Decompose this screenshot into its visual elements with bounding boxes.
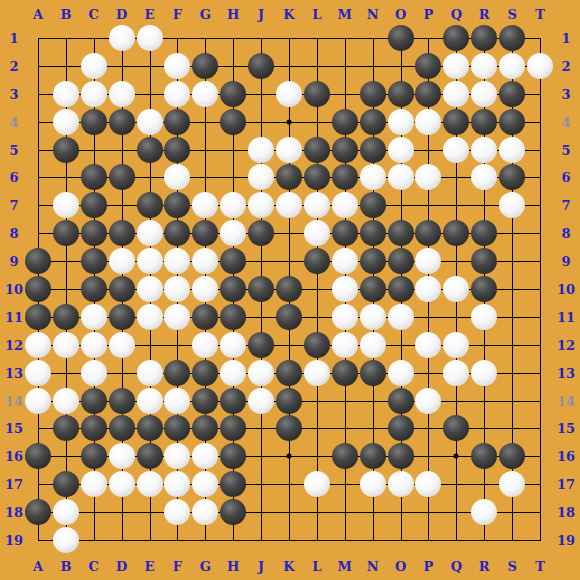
stone-black[interactable] xyxy=(53,415,79,441)
stone-white[interactable] xyxy=(360,332,386,358)
stone-white[interactable] xyxy=(53,499,79,525)
stone-white[interactable] xyxy=(164,248,190,274)
stone-black[interactable] xyxy=(81,415,107,441)
stone-black[interactable] xyxy=(360,360,386,386)
stone-black[interactable] xyxy=(360,81,386,107)
stone-white[interactable] xyxy=(109,443,135,469)
stone-black[interactable] xyxy=(164,220,190,246)
column-label-bottom: N xyxy=(367,560,379,573)
stone-black[interactable] xyxy=(220,388,246,414)
stone-black[interactable] xyxy=(388,220,414,246)
column-label-top: G xyxy=(200,8,211,21)
stone-black[interactable] xyxy=(415,53,441,79)
stone-black[interactable] xyxy=(53,304,79,330)
stone-black[interactable] xyxy=(137,415,163,441)
stone-black[interactable] xyxy=(164,109,190,135)
stone-black[interactable] xyxy=(220,304,246,330)
row-label-right: 10 xyxy=(557,283,575,296)
stone-white[interactable] xyxy=(527,53,553,79)
stone-black[interactable] xyxy=(248,332,274,358)
stone-black[interactable] xyxy=(25,304,51,330)
stone-white[interactable] xyxy=(443,276,469,302)
stone-black[interactable] xyxy=(304,81,330,107)
column-label-top: N xyxy=(367,8,379,21)
stone-white[interactable] xyxy=(109,332,135,358)
row-label-left: 17 xyxy=(5,478,23,491)
stone-white[interactable] xyxy=(415,109,441,135)
column-label-top: M xyxy=(338,8,352,21)
stone-white[interactable] xyxy=(248,164,274,190)
stone-white[interactable] xyxy=(332,304,358,330)
stone-white[interactable] xyxy=(164,499,190,525)
stone-black[interactable] xyxy=(81,388,107,414)
row-label-right: 5 xyxy=(561,143,570,156)
row-label-right: 16 xyxy=(557,450,575,463)
stone-black[interactable] xyxy=(220,109,246,135)
stone-black[interactable] xyxy=(109,304,135,330)
stone-black[interactable] xyxy=(360,248,386,274)
row-label-left: 3 xyxy=(9,87,18,100)
stone-black[interactable] xyxy=(109,220,135,246)
stone-black[interactable] xyxy=(388,388,414,414)
stone-white[interactable] xyxy=(388,137,414,163)
stone-white[interactable] xyxy=(164,471,190,497)
stone-black[interactable] xyxy=(220,443,246,469)
stone-black[interactable] xyxy=(471,276,497,302)
column-label-bottom: R xyxy=(479,560,490,573)
stone-black[interactable] xyxy=(471,443,497,469)
row-label-right: 13 xyxy=(557,366,575,379)
row-label-left: 15 xyxy=(5,422,23,435)
column-label-bottom: L xyxy=(312,560,321,573)
star-point xyxy=(287,119,292,124)
stone-black[interactable] xyxy=(109,276,135,302)
stone-white[interactable] xyxy=(471,304,497,330)
stone-white[interactable] xyxy=(164,443,190,469)
stone-white[interactable] xyxy=(304,471,330,497)
stone-white[interactable] xyxy=(471,137,497,163)
stone-black[interactable] xyxy=(53,471,79,497)
stone-black[interactable] xyxy=(471,25,497,51)
stone-white[interactable] xyxy=(109,471,135,497)
stone-white[interactable] xyxy=(137,471,163,497)
column-label-bottom: M xyxy=(338,560,352,573)
row-label-left: 16 xyxy=(5,450,23,463)
stone-white[interactable] xyxy=(25,332,51,358)
stone-white[interactable] xyxy=(471,81,497,107)
stone-black[interactable] xyxy=(360,443,386,469)
stone-white[interactable] xyxy=(137,276,163,302)
stone-white[interactable] xyxy=(471,499,497,525)
column-label-bottom: T xyxy=(535,560,545,573)
column-label-top: O xyxy=(395,8,406,21)
stone-black[interactable] xyxy=(109,415,135,441)
stone-white[interactable] xyxy=(471,53,497,79)
stone-white[interactable] xyxy=(471,360,497,386)
column-label-bottom: C xyxy=(89,560,99,573)
stone-white[interactable] xyxy=(248,360,274,386)
stone-white[interactable] xyxy=(499,137,525,163)
stone-black[interactable] xyxy=(415,81,441,107)
stone-black[interactable] xyxy=(388,25,414,51)
stone-black[interactable] xyxy=(388,81,414,107)
stone-black[interactable] xyxy=(332,164,358,190)
stone-black[interactable] xyxy=(499,109,525,135)
column-label-top: T xyxy=(535,8,545,21)
row-label-right: 3 xyxy=(561,87,570,100)
stone-white[interactable] xyxy=(53,192,79,218)
stone-white[interactable] xyxy=(415,471,441,497)
stone-black[interactable] xyxy=(443,220,469,246)
stone-white[interactable] xyxy=(415,276,441,302)
stone-black[interactable] xyxy=(137,443,163,469)
row-label-right: 4 xyxy=(561,115,570,128)
stone-white[interactable] xyxy=(248,137,274,163)
stone-white[interactable] xyxy=(443,53,469,79)
stone-black[interactable] xyxy=(220,471,246,497)
stone-black[interactable] xyxy=(276,415,302,441)
stone-black[interactable] xyxy=(304,248,330,274)
stone-black[interactable] xyxy=(25,443,51,469)
row-label-left: 14 xyxy=(5,394,23,407)
go-board-screenshot: AABBCCDDEEFFGGHHJJKKLLMMNNOOPPQQRRSSTT11… xyxy=(0,0,580,580)
stone-black[interactable] xyxy=(360,137,386,163)
stone-white[interactable] xyxy=(53,388,79,414)
stone-white[interactable] xyxy=(443,360,469,386)
row-label-right: 14 xyxy=(557,394,575,407)
stone-black[interactable] xyxy=(499,81,525,107)
stone-white[interactable] xyxy=(248,388,274,414)
column-label-top: Q xyxy=(451,8,462,21)
stone-white[interactable] xyxy=(415,248,441,274)
stone-black[interactable] xyxy=(276,304,302,330)
stone-black[interactable] xyxy=(471,109,497,135)
column-label-top: D xyxy=(116,8,127,21)
row-label-left: 8 xyxy=(9,227,18,240)
stone-white[interactable] xyxy=(192,248,218,274)
stone-white[interactable] xyxy=(164,304,190,330)
stone-black[interactable] xyxy=(471,220,497,246)
stone-white[interactable] xyxy=(137,360,163,386)
stone-white[interactable] xyxy=(137,388,163,414)
column-label-bottom: B xyxy=(60,560,71,573)
column-label-top: J xyxy=(258,8,264,21)
stone-white[interactable] xyxy=(415,388,441,414)
stone-black[interactable] xyxy=(109,109,135,135)
row-label-left: 4 xyxy=(9,115,18,128)
row-label-right: 8 xyxy=(561,227,570,240)
stone-black[interactable] xyxy=(499,164,525,190)
column-label-top: P xyxy=(424,8,434,21)
stone-white[interactable] xyxy=(443,332,469,358)
column-label-bottom: K xyxy=(283,560,294,573)
stone-black[interactable] xyxy=(220,499,246,525)
row-label-right: 1 xyxy=(561,32,570,45)
row-label-right: 11 xyxy=(557,310,575,323)
stone-white[interactable] xyxy=(81,53,107,79)
stone-white[interactable] xyxy=(304,220,330,246)
stone-white[interactable] xyxy=(388,164,414,190)
stone-black[interactable] xyxy=(192,415,218,441)
stone-white[interactable] xyxy=(220,332,246,358)
stone-white[interactable] xyxy=(53,109,79,135)
column-label-top: S xyxy=(507,8,516,21)
stone-white[interactable] xyxy=(332,192,358,218)
stone-white[interactable] xyxy=(81,332,107,358)
row-label-left: 18 xyxy=(5,506,23,519)
column-label-top: H xyxy=(227,8,239,21)
stone-white[interactable] xyxy=(109,25,135,51)
column-label-bottom: D xyxy=(116,560,127,573)
stone-black[interactable] xyxy=(164,360,190,386)
stone-white[interactable] xyxy=(499,53,525,79)
stone-black[interactable] xyxy=(248,53,274,79)
stone-black[interactable] xyxy=(499,25,525,51)
column-label-top: C xyxy=(89,8,99,21)
column-label-top: L xyxy=(312,8,321,21)
row-label-left: 19 xyxy=(5,534,23,547)
stone-black[interactable] xyxy=(332,360,358,386)
stone-black[interactable] xyxy=(25,499,51,525)
stone-black[interactable] xyxy=(360,220,386,246)
stone-white[interactable] xyxy=(360,304,386,330)
stone-black[interactable] xyxy=(304,164,330,190)
stone-black[interactable] xyxy=(192,388,218,414)
stone-white[interactable] xyxy=(304,360,330,386)
stone-black[interactable] xyxy=(81,164,107,190)
stone-black[interactable] xyxy=(192,53,218,79)
column-label-top: A xyxy=(33,8,43,21)
column-label-bottom: F xyxy=(173,560,182,573)
row-label-left: 9 xyxy=(9,255,18,268)
stone-black[interactable] xyxy=(276,360,302,386)
column-label-bottom: G xyxy=(200,560,211,573)
stone-white[interactable] xyxy=(360,471,386,497)
stone-white[interactable] xyxy=(220,192,246,218)
row-label-right: 17 xyxy=(557,478,575,491)
stone-black[interactable] xyxy=(81,443,107,469)
row-label-right: 12 xyxy=(557,338,575,351)
stone-white[interactable] xyxy=(81,304,107,330)
stone-white[interactable] xyxy=(332,276,358,302)
stone-black[interactable] xyxy=(248,276,274,302)
stone-black[interactable] xyxy=(304,137,330,163)
stone-white[interactable] xyxy=(164,53,190,79)
stone-white[interactable] xyxy=(276,137,302,163)
column-label-bottom: Q xyxy=(451,560,462,573)
row-label-right: 2 xyxy=(561,59,570,72)
row-label-right: 19 xyxy=(557,534,575,547)
stone-white[interactable] xyxy=(137,109,163,135)
row-label-left: 5 xyxy=(9,143,18,156)
stone-white[interactable] xyxy=(388,109,414,135)
stone-black[interactable] xyxy=(443,25,469,51)
stone-black[interactable] xyxy=(192,304,218,330)
stone-white[interactable] xyxy=(220,220,246,246)
stone-white[interactable] xyxy=(192,499,218,525)
stone-black[interactable] xyxy=(471,248,497,274)
stone-black[interactable] xyxy=(109,388,135,414)
column-label-bottom: P xyxy=(424,560,434,573)
star-point xyxy=(454,454,459,459)
stone-black[interactable] xyxy=(25,276,51,302)
column-label-top: E xyxy=(145,8,155,21)
stone-white[interactable] xyxy=(388,360,414,386)
stone-black[interactable] xyxy=(53,137,79,163)
stone-white[interactable] xyxy=(192,443,218,469)
stone-black[interactable] xyxy=(388,443,414,469)
stone-black[interactable] xyxy=(164,137,190,163)
row-label-left: 12 xyxy=(5,338,23,351)
row-label-left: 2 xyxy=(9,59,18,72)
grid-line-h xyxy=(38,540,541,541)
stone-black[interactable] xyxy=(276,164,302,190)
stone-white[interactable] xyxy=(109,248,135,274)
stone-black[interactable] xyxy=(388,248,414,274)
stone-white[interactable] xyxy=(360,164,386,190)
stone-white[interactable] xyxy=(415,332,441,358)
stone-white[interactable] xyxy=(137,220,163,246)
row-label-left: 6 xyxy=(9,171,18,184)
stone-white[interactable] xyxy=(137,248,163,274)
stone-white[interactable] xyxy=(25,360,51,386)
stone-white[interactable] xyxy=(81,360,107,386)
row-label-right: 7 xyxy=(561,199,570,212)
stone-black[interactable] xyxy=(388,276,414,302)
stone-black[interactable] xyxy=(276,388,302,414)
column-label-bottom: O xyxy=(395,560,406,573)
stone-black[interactable] xyxy=(81,192,107,218)
stone-white[interactable] xyxy=(164,388,190,414)
row-label-right: 6 xyxy=(561,171,570,184)
row-label-right: 18 xyxy=(557,506,575,519)
stone-white[interactable] xyxy=(388,304,414,330)
stone-white[interactable] xyxy=(276,192,302,218)
grid-line-v xyxy=(317,38,318,541)
go-board[interactable]: AABBCCDDEEFFGGHHJJKKLLMMNNOOPPQQRRSSTT11… xyxy=(0,0,580,580)
stone-white[interactable] xyxy=(192,332,218,358)
stone-white[interactable] xyxy=(81,81,107,107)
stone-black[interactable] xyxy=(220,248,246,274)
stone-white[interactable] xyxy=(499,471,525,497)
stone-white[interactable] xyxy=(81,471,107,497)
stone-black[interactable] xyxy=(81,276,107,302)
stone-white[interactable] xyxy=(53,527,79,553)
stone-white[interactable] xyxy=(192,471,218,497)
row-label-left: 11 xyxy=(5,310,23,323)
stone-white[interactable] xyxy=(388,471,414,497)
stone-black[interactable] xyxy=(81,220,107,246)
column-label-bottom: A xyxy=(33,560,43,573)
stone-black[interactable] xyxy=(415,220,441,246)
stone-black[interactable] xyxy=(499,443,525,469)
stone-white[interactable] xyxy=(443,137,469,163)
stone-black[interactable] xyxy=(25,248,51,274)
stone-black[interactable] xyxy=(360,276,386,302)
stone-white[interactable] xyxy=(304,192,330,218)
column-label-top: R xyxy=(479,8,490,21)
stone-white[interactable] xyxy=(53,332,79,358)
stone-black[interactable] xyxy=(164,192,190,218)
column-label-top: K xyxy=(283,8,294,21)
stone-black[interactable] xyxy=(164,415,190,441)
stone-white[interactable] xyxy=(415,164,441,190)
stone-black[interactable] xyxy=(388,415,414,441)
stone-black[interactable] xyxy=(248,220,274,246)
row-label-left: 13 xyxy=(5,366,23,379)
stone-white[interactable] xyxy=(192,276,218,302)
stone-white[interactable] xyxy=(499,192,525,218)
stone-white[interactable] xyxy=(192,192,218,218)
stone-black[interactable] xyxy=(276,276,302,302)
stone-black[interactable] xyxy=(137,192,163,218)
stone-white[interactable] xyxy=(25,388,51,414)
stone-black[interactable] xyxy=(360,109,386,135)
column-label-bottom: J xyxy=(258,560,264,573)
stone-black[interactable] xyxy=(53,220,79,246)
stone-black[interactable] xyxy=(332,109,358,135)
stone-white[interactable] xyxy=(164,164,190,190)
stone-black[interactable] xyxy=(332,137,358,163)
stone-white[interactable] xyxy=(164,81,190,107)
stone-black[interactable] xyxy=(443,109,469,135)
column-label-top: B xyxy=(60,8,71,21)
grid-line-v xyxy=(540,38,541,541)
column-label-bottom: E xyxy=(145,560,155,573)
stone-white[interactable] xyxy=(220,360,246,386)
stone-white[interactable] xyxy=(164,276,190,302)
stone-black[interactable] xyxy=(81,248,107,274)
row-label-left: 1 xyxy=(9,32,18,45)
stone-white[interactable] xyxy=(471,164,497,190)
stone-white[interactable] xyxy=(276,81,302,107)
stone-white[interactable] xyxy=(109,81,135,107)
stone-white[interactable] xyxy=(443,81,469,107)
star-point xyxy=(287,454,292,459)
column-label-bottom: H xyxy=(227,560,239,573)
stone-black[interactable] xyxy=(220,81,246,107)
stone-black[interactable] xyxy=(220,415,246,441)
stone-white[interactable] xyxy=(332,248,358,274)
stone-black[interactable] xyxy=(332,220,358,246)
stone-white[interactable] xyxy=(248,192,274,218)
stone-black[interactable] xyxy=(192,220,218,246)
stone-black[interactable] xyxy=(81,109,107,135)
stone-black[interactable] xyxy=(332,443,358,469)
stone-white[interactable] xyxy=(137,304,163,330)
grid-line-h xyxy=(38,512,541,513)
stone-black[interactable] xyxy=(220,276,246,302)
column-label-bottom: S xyxy=(507,560,516,573)
row-label-left: 7 xyxy=(9,199,18,212)
stone-white[interactable] xyxy=(137,25,163,51)
stone-white[interactable] xyxy=(332,332,358,358)
row-label-left: 10 xyxy=(5,283,23,296)
column-label-top: F xyxy=(173,8,182,21)
stone-black[interactable] xyxy=(109,164,135,190)
stone-black[interactable] xyxy=(443,415,469,441)
stone-white[interactable] xyxy=(53,81,79,107)
stone-black[interactable] xyxy=(304,332,330,358)
row-label-right: 9 xyxy=(561,255,570,268)
stone-black[interactable] xyxy=(192,360,218,386)
stone-black[interactable] xyxy=(137,137,163,163)
stone-white[interactable] xyxy=(192,81,218,107)
row-label-right: 15 xyxy=(557,422,575,435)
stone-black[interactable] xyxy=(360,192,386,218)
